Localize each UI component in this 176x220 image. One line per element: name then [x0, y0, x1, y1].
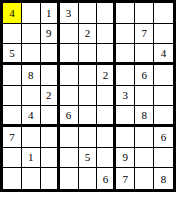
cell-r3c9[interactable]: 4	[154, 44, 173, 65]
cell-r6c9[interactable]	[154, 106, 173, 127]
cell-r1c3[interactable]: 1	[41, 3, 60, 24]
cell-r4c5[interactable]	[79, 65, 98, 86]
cell-r3c1[interactable]: 5	[3, 44, 22, 65]
cell-r3c6[interactable]	[97, 44, 116, 65]
cell-r8c8[interactable]	[135, 148, 154, 169]
cell-r8c6[interactable]	[97, 148, 116, 169]
cell-r7c2[interactable]	[22, 127, 41, 148]
cell-r4c8[interactable]: 6	[135, 65, 154, 86]
cell-r1c8[interactable]	[135, 3, 154, 24]
cell-r2c5[interactable]: 2	[79, 24, 98, 45]
cell-r2c8[interactable]: 7	[135, 24, 154, 45]
cell-r5c8[interactable]	[135, 86, 154, 107]
cell-r6c1[interactable]	[3, 106, 22, 127]
cell-r4c6[interactable]: 2	[97, 65, 116, 86]
cell-r3c7[interactable]	[116, 44, 135, 65]
cell-r2c2[interactable]	[22, 24, 41, 45]
cell-r4c3[interactable]	[41, 65, 60, 86]
cell-r1c7[interactable]	[116, 3, 135, 24]
cell-r9c2[interactable]	[22, 168, 41, 189]
cell-r7c4[interactable]	[60, 127, 79, 148]
cell-r4c4[interactable]	[60, 65, 79, 86]
cell-r1c5[interactable]	[79, 3, 98, 24]
cell-r6c4[interactable]: 6	[60, 106, 79, 127]
cell-r8c7[interactable]: 9	[116, 148, 135, 169]
cell-r6c6[interactable]	[97, 106, 116, 127]
cell-r1c2[interactable]	[22, 3, 41, 24]
cell-r9c6[interactable]: 6	[97, 168, 116, 189]
cell-r6c5[interactable]	[79, 106, 98, 127]
cell-r1c9[interactable]	[154, 3, 173, 24]
cell-r5c7[interactable]: 3	[116, 86, 135, 107]
cell-r2c9[interactable]	[154, 24, 173, 45]
cell-r9c1[interactable]	[3, 168, 22, 189]
cell-r5c9[interactable]	[154, 86, 173, 107]
cell-r5c4[interactable]	[60, 86, 79, 107]
cell-r8c2[interactable]: 1	[22, 148, 41, 169]
cell-r2c4[interactable]	[60, 24, 79, 45]
cell-r9c9[interactable]: 8	[154, 168, 173, 189]
cell-r8c1[interactable]	[3, 148, 22, 169]
cell-r9c3[interactable]	[41, 168, 60, 189]
cell-r6c3[interactable]	[41, 106, 60, 127]
cell-r4c2[interactable]: 8	[22, 65, 41, 86]
cell-r2c1[interactable]	[3, 24, 22, 45]
cell-r3c8[interactable]	[135, 44, 154, 65]
cell-r3c2[interactable]	[22, 44, 41, 65]
cell-r6c8[interactable]: 8	[135, 106, 154, 127]
cell-r1c6[interactable]	[97, 3, 116, 24]
cell-r9c4[interactable]	[60, 168, 79, 189]
cell-r7c9[interactable]: 6	[154, 127, 173, 148]
cell-r3c4[interactable]	[60, 44, 79, 65]
cell-r8c4[interactable]	[60, 148, 79, 169]
cell-r3c5[interactable]	[79, 44, 98, 65]
cell-r5c6[interactable]	[97, 86, 116, 107]
sudoku-board: 413927548262346876159678	[0, 0, 176, 192]
cell-r7c6[interactable]	[97, 127, 116, 148]
cell-r1c1[interactable]: 4	[3, 3, 22, 24]
cell-r5c1[interactable]	[3, 86, 22, 107]
cell-r2c7[interactable]	[116, 24, 135, 45]
cell-r2c6[interactable]	[97, 24, 116, 45]
cell-r8c9[interactable]	[154, 148, 173, 169]
cell-r5c3[interactable]: 2	[41, 86, 60, 107]
cell-r4c7[interactable]	[116, 65, 135, 86]
cell-r6c7[interactable]	[116, 106, 135, 127]
cell-r7c7[interactable]	[116, 127, 135, 148]
cell-r7c1[interactable]: 7	[3, 127, 22, 148]
cell-r8c5[interactable]: 5	[79, 148, 98, 169]
cell-r7c3[interactable]	[41, 127, 60, 148]
cell-r8c3[interactable]	[41, 148, 60, 169]
cell-r6c2[interactable]: 4	[22, 106, 41, 127]
cell-r3c3[interactable]	[41, 44, 60, 65]
cell-r2c3[interactable]: 9	[41, 24, 60, 45]
cell-r4c1[interactable]	[3, 65, 22, 86]
cell-r7c8[interactable]	[135, 127, 154, 148]
cell-r9c8[interactable]	[135, 168, 154, 189]
cell-r5c2[interactable]	[22, 86, 41, 107]
cell-r5c5[interactable]	[79, 86, 98, 107]
cell-r1c4[interactable]: 3	[60, 3, 79, 24]
cell-r9c7[interactable]: 7	[116, 168, 135, 189]
cell-r4c9[interactable]	[154, 65, 173, 86]
cell-r9c5[interactable]	[79, 168, 98, 189]
cell-r7c5[interactable]	[79, 127, 98, 148]
